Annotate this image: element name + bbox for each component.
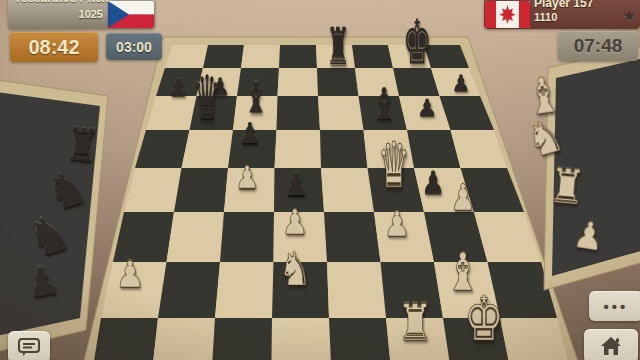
czech-flag-icon [108,1,154,28]
piece-white-pawn-d3[interactable]: ♟ [282,206,309,241]
captured-black-pawn-3[interactable]: ♟ [23,260,62,305]
square-d8[interactable] [279,45,317,68]
piece-black-bishop-c6[interactable]: ♝ [243,77,268,119]
canada-flag-icon [485,1,530,28]
square-e4[interactable] [321,168,374,212]
square-b2[interactable] [158,262,220,318]
piece-black-king-g8[interactable]: ♚ [403,11,432,72]
captured-white-pawn-3[interactable]: ♟ [571,215,607,257]
home-icon [600,336,622,356]
piece-black-pawn-a7[interactable]: ♟ [168,76,188,100]
square-c1[interactable] [211,318,272,360]
black-player-name: Player 157 [534,0,593,10]
square-e1[interactable] [329,318,393,360]
move-timer: 03:00 [106,33,162,60]
square-e5[interactable] [320,130,368,168]
captured-white-rook-2[interactable]: ♜ [547,161,587,212]
square-a1[interactable] [90,318,158,360]
white-player-rating: 1025 [79,8,103,20]
piece-white-knight-d2[interactable]: ♞ [278,246,311,292]
piece-black-queen-b6[interactable]: ♛ [194,68,221,128]
black-clock: 07:48 [558,31,638,61]
white-player-name: Tessaratos Pitsis [14,0,112,5]
game-screen: ♜♚♟♟♟♝♟♝♛♟♟♛♟♟♟♟♟♟♞♝♜♚♜♞♞♟♝♞♜♟ Tessarato… [0,0,640,360]
piece-black-pawn-h7[interactable]: ♟ [452,72,471,95]
square-b5[interactable] [182,130,234,168]
piece-white-pawn-a2[interactable]: ♟ [115,256,145,292]
square-f8[interactable] [352,45,393,68]
player-banner-white: Tessaratos Pitsis 1025 [8,0,155,29]
home-button[interactable] [584,329,638,360]
piece-white-pawn-h4[interactable]: ♟ [450,180,475,216]
square-b4[interactable] [174,168,228,212]
square-e2[interactable] [327,262,386,318]
square-b3[interactable] [167,212,225,262]
star-badge-icon: ★ [623,7,636,25]
square-d6[interactable] [277,96,321,130]
black-player-rating: 1110 [534,11,557,23]
chat-list-icon [18,338,40,356]
player-banner-black: Player 157 1110 ★ [484,0,640,29]
moves-list-button[interactable] [8,331,50,360]
piece-black-pawn-g6[interactable]: ♟ [417,96,438,120]
piece-black-pawn-d4[interactable]: ♟ [284,169,308,200]
square-e3[interactable] [324,212,381,262]
more-options-button[interactable]: ••• [589,291,640,321]
piece-white-pawn-c4[interactable]: ♟ [235,162,259,193]
piece-white-king-g1[interactable]: ♚ [464,288,503,350]
piece-black-pawn-c5[interactable]: ♟ [239,119,261,148]
piece-black-bishop-f6[interactable]: ♝ [371,83,397,127]
square-c2[interactable] [215,262,274,318]
square-d7[interactable] [278,68,319,96]
square-d1[interactable] [272,318,333,360]
piece-black-pawn-g4[interactable]: ♟ [421,167,445,198]
piece-white-rook-f1[interactable]: ♜ [397,297,433,347]
square-b1[interactable] [151,318,216,360]
square-c3[interactable] [220,212,274,262]
square-c8[interactable] [241,45,280,68]
piece-black-rook-e8[interactable]: ♜ [326,21,350,72]
piece-white-queen-f4[interactable]: ♛ [378,134,410,197]
piece-white-pawn-f3[interactable]: ♟ [384,208,411,243]
white-clock-active: 08:42 [10,32,98,62]
square-e6[interactable] [318,96,364,130]
square-d5[interactable] [275,130,322,168]
